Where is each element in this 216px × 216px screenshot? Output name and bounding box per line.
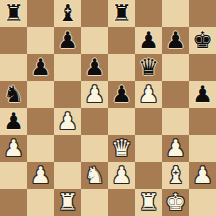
- square-h2[interactable]: ♟: [189, 162, 216, 189]
- piece-white-king[interactable]: ♚: [165, 189, 186, 216]
- square-e4[interactable]: [108, 108, 135, 135]
- square-g6[interactable]: [162, 54, 189, 81]
- square-e8[interactable]: ♜: [108, 0, 135, 27]
- piece-white-pawn[interactable]: ♟: [30, 162, 51, 189]
- piece-black-bishop[interactable]: ♝: [57, 0, 78, 27]
- square-b1[interactable]: [27, 189, 54, 216]
- square-f5[interactable]: ♟: [135, 81, 162, 108]
- square-b6[interactable]: ♟: [27, 54, 54, 81]
- piece-white-rook[interactable]: ♜: [138, 189, 159, 216]
- square-a6[interactable]: [0, 54, 27, 81]
- square-d7[interactable]: [81, 27, 108, 54]
- square-c7[interactable]: ♟: [54, 27, 81, 54]
- square-f4[interactable]: [135, 108, 162, 135]
- piece-black-pawn[interactable]: ♟: [111, 81, 132, 108]
- square-f6[interactable]: ♛: [135, 54, 162, 81]
- square-e6[interactable]: [108, 54, 135, 81]
- square-b4[interactable]: [27, 108, 54, 135]
- chess-board: ♜♝♜♟♟♟♚♟♟♛♞♟♟♟♟♟♟♟♛♟♟♞♟♝♟♜♜♚: [0, 0, 216, 216]
- piece-black-knight[interactable]: ♞: [3, 81, 24, 108]
- piece-black-pawn[interactable]: ♟: [57, 27, 78, 54]
- square-a7[interactable]: [0, 27, 27, 54]
- square-h3[interactable]: [189, 135, 216, 162]
- square-g3[interactable]: ♟: [162, 135, 189, 162]
- square-h5[interactable]: ♟: [189, 81, 216, 108]
- square-h1[interactable]: [189, 189, 216, 216]
- piece-white-knight[interactable]: ♞: [84, 162, 105, 189]
- square-f7[interactable]: ♟: [135, 27, 162, 54]
- square-h7[interactable]: ♚: [189, 27, 216, 54]
- piece-white-pawn[interactable]: ♟: [57, 108, 78, 135]
- piece-white-pawn[interactable]: ♟: [165, 135, 186, 162]
- piece-white-queen[interactable]: ♛: [111, 135, 132, 162]
- square-a5[interactable]: ♞: [0, 81, 27, 108]
- square-d8[interactable]: [81, 0, 108, 27]
- square-b8[interactable]: [27, 0, 54, 27]
- piece-black-pawn[interactable]: ♟: [84, 54, 105, 81]
- piece-white-bishop[interactable]: ♝: [165, 162, 186, 189]
- square-c8[interactable]: ♝: [54, 0, 81, 27]
- square-h4[interactable]: [189, 108, 216, 135]
- piece-white-rook[interactable]: ♜: [57, 189, 78, 216]
- square-b5[interactable]: [27, 81, 54, 108]
- square-a2[interactable]: [0, 162, 27, 189]
- piece-black-pawn[interactable]: ♟: [192, 81, 213, 108]
- square-c4[interactable]: ♟: [54, 108, 81, 135]
- square-c1[interactable]: ♜: [54, 189, 81, 216]
- square-g7[interactable]: ♟: [162, 27, 189, 54]
- square-h8[interactable]: [189, 0, 216, 27]
- square-d3[interactable]: [81, 135, 108, 162]
- square-g2[interactable]: ♝: [162, 162, 189, 189]
- piece-white-pawn[interactable]: ♟: [84, 81, 105, 108]
- square-f2[interactable]: [135, 162, 162, 189]
- square-c2[interactable]: [54, 162, 81, 189]
- piece-black-pawn[interactable]: ♟: [30, 54, 51, 81]
- piece-black-pawn[interactable]: ♟: [165, 27, 186, 54]
- square-b2[interactable]: ♟: [27, 162, 54, 189]
- square-e7[interactable]: [108, 27, 135, 54]
- piece-black-queen[interactable]: ♛: [138, 54, 159, 81]
- square-b3[interactable]: [27, 135, 54, 162]
- square-a3[interactable]: ♟: [0, 135, 27, 162]
- piece-black-rook[interactable]: ♜: [3, 0, 24, 27]
- square-a1[interactable]: [0, 189, 27, 216]
- piece-black-pawn[interactable]: ♟: [3, 108, 24, 135]
- piece-white-pawn[interactable]: ♟: [192, 162, 213, 189]
- square-g8[interactable]: [162, 0, 189, 27]
- square-d2[interactable]: ♞: [81, 162, 108, 189]
- square-e5[interactable]: ♟: [108, 81, 135, 108]
- piece-white-pawn[interactable]: ♟: [138, 81, 159, 108]
- square-e1[interactable]: [108, 189, 135, 216]
- square-f1[interactable]: ♜: [135, 189, 162, 216]
- square-h6[interactable]: [189, 54, 216, 81]
- square-e3[interactable]: ♛: [108, 135, 135, 162]
- square-g4[interactable]: [162, 108, 189, 135]
- square-b7[interactable]: [27, 27, 54, 54]
- square-a4[interactable]: ♟: [0, 108, 27, 135]
- square-f3[interactable]: [135, 135, 162, 162]
- piece-black-pawn[interactable]: ♟: [138, 27, 159, 54]
- square-c5[interactable]: [54, 81, 81, 108]
- piece-black-king[interactable]: ♚: [192, 27, 213, 54]
- square-f8[interactable]: [135, 0, 162, 27]
- square-d5[interactable]: ♟: [81, 81, 108, 108]
- piece-white-pawn[interactable]: ♟: [111, 162, 132, 189]
- square-a8[interactable]: ♜: [0, 0, 27, 27]
- square-g5[interactable]: [162, 81, 189, 108]
- square-g1[interactable]: ♚: [162, 189, 189, 216]
- square-c6[interactable]: [54, 54, 81, 81]
- square-d4[interactable]: [81, 108, 108, 135]
- piece-white-pawn[interactable]: ♟: [3, 135, 24, 162]
- square-c3[interactable]: [54, 135, 81, 162]
- square-d6[interactable]: ♟: [81, 54, 108, 81]
- square-d1[interactable]: [81, 189, 108, 216]
- piece-black-rook[interactable]: ♜: [111, 0, 132, 27]
- square-e2[interactable]: ♟: [108, 162, 135, 189]
